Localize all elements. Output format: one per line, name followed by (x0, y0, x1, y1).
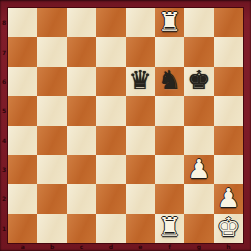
square-c3[interactable] (67, 155, 96, 184)
chessboard: ♜♛♞♚♟♟♜♚ (8, 8, 243, 243)
square-h5[interactable] (214, 96, 243, 125)
square-h2[interactable]: ♟ (214, 184, 243, 213)
square-b4[interactable] (37, 126, 66, 155)
chessboard-frame: 87654321 abcdefgh ♜♛♞♚♟♟♜♚ (0, 0, 251, 251)
square-e7[interactable] (126, 37, 155, 66)
square-e2[interactable] (126, 184, 155, 213)
square-g8[interactable] (184, 8, 213, 37)
file-label-d: d (96, 243, 125, 251)
file-label-h: h (214, 243, 243, 251)
square-e8[interactable] (126, 8, 155, 37)
piece-black-queen[interactable]: ♛ (129, 67, 152, 93)
square-g6[interactable]: ♚ (184, 67, 213, 96)
square-a7[interactable] (8, 37, 37, 66)
square-b7[interactable] (37, 37, 66, 66)
square-h1[interactable]: ♚ (214, 214, 243, 243)
file-label-b: b (37, 243, 66, 251)
rank-label-5: 5 (0, 96, 8, 125)
square-f5[interactable] (155, 96, 184, 125)
square-a4[interactable] (8, 126, 37, 155)
piece-white-king[interactable]: ♚ (217, 214, 240, 240)
piece-white-pawn[interactable]: ♟ (217, 185, 240, 211)
square-c2[interactable] (67, 184, 96, 213)
square-f6[interactable]: ♞ (155, 67, 184, 96)
square-d1[interactable] (96, 214, 125, 243)
square-a1[interactable] (8, 214, 37, 243)
rank-label-8: 8 (0, 8, 8, 37)
file-label-f: f (155, 243, 184, 251)
square-g3[interactable]: ♟ (184, 155, 213, 184)
square-g4[interactable] (184, 126, 213, 155)
square-d4[interactable] (96, 126, 125, 155)
square-h4[interactable] (214, 126, 243, 155)
square-c4[interactable] (67, 126, 96, 155)
piece-white-rook[interactable]: ♜ (158, 9, 181, 35)
square-b5[interactable] (37, 96, 66, 125)
file-label-g: g (184, 243, 213, 251)
square-c6[interactable] (67, 67, 96, 96)
square-e3[interactable] (126, 155, 155, 184)
rank-label-4: 4 (0, 126, 8, 155)
square-g1[interactable] (184, 214, 213, 243)
square-c8[interactable] (67, 8, 96, 37)
square-g7[interactable] (184, 37, 213, 66)
rank-label-3: 3 (0, 155, 8, 184)
square-b2[interactable] (37, 184, 66, 213)
square-f4[interactable] (155, 126, 184, 155)
square-g2[interactable] (184, 184, 213, 213)
rank-label-2: 2 (0, 184, 8, 213)
square-d5[interactable] (96, 96, 125, 125)
square-d6[interactable] (96, 67, 125, 96)
square-e5[interactable] (126, 96, 155, 125)
square-h3[interactable] (214, 155, 243, 184)
square-f2[interactable] (155, 184, 184, 213)
square-e6[interactable]: ♛ (126, 67, 155, 96)
square-b6[interactable] (37, 67, 66, 96)
file-labels: abcdefgh (8, 243, 243, 251)
piece-white-pawn[interactable]: ♟ (187, 156, 210, 182)
square-h6[interactable] (214, 67, 243, 96)
square-b1[interactable] (37, 214, 66, 243)
square-a8[interactable] (8, 8, 37, 37)
square-h7[interactable] (214, 37, 243, 66)
rank-labels: 87654321 (0, 8, 8, 243)
square-a6[interactable] (8, 67, 37, 96)
square-d2[interactable] (96, 184, 125, 213)
square-a3[interactable] (8, 155, 37, 184)
square-g5[interactable] (184, 96, 213, 125)
square-a5[interactable] (8, 96, 37, 125)
file-label-e: e (126, 243, 155, 251)
square-f7[interactable] (155, 37, 184, 66)
square-a2[interactable] (8, 184, 37, 213)
square-e1[interactable] (126, 214, 155, 243)
rank-label-6: 6 (0, 67, 8, 96)
square-f3[interactable] (155, 155, 184, 184)
square-f1[interactable]: ♜ (155, 214, 184, 243)
file-label-a: a (8, 243, 37, 251)
square-e4[interactable] (126, 126, 155, 155)
piece-white-rook[interactable]: ♜ (158, 214, 181, 240)
square-h8[interactable] (214, 8, 243, 37)
square-b3[interactable] (37, 155, 66, 184)
square-d8[interactable] (96, 8, 125, 37)
square-d3[interactable] (96, 155, 125, 184)
square-b8[interactable] (37, 8, 66, 37)
square-d7[interactable] (96, 37, 125, 66)
square-c7[interactable] (67, 37, 96, 66)
square-f8[interactable]: ♜ (155, 8, 184, 37)
square-c1[interactable] (67, 214, 96, 243)
piece-black-knight[interactable]: ♞ (158, 67, 181, 93)
file-label-c: c (67, 243, 96, 251)
rank-label-1: 1 (0, 214, 8, 243)
rank-label-7: 7 (0, 37, 8, 66)
piece-black-king[interactable]: ♚ (187, 67, 210, 93)
square-c5[interactable] (67, 96, 96, 125)
